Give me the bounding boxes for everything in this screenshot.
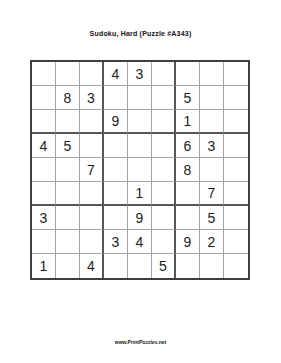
cell-r9c7 bbox=[176, 254, 200, 278]
cell-r6c9 bbox=[224, 182, 248, 206]
cell-r4c4 bbox=[104, 134, 128, 158]
cell-r7c2 bbox=[56, 206, 80, 230]
cell-r9c4 bbox=[104, 254, 128, 278]
cell-r9c1: 1 bbox=[32, 254, 56, 278]
cell-r3c1 bbox=[32, 110, 56, 134]
cell-r1c1 bbox=[32, 62, 56, 86]
cell-r7c4 bbox=[104, 206, 128, 230]
cell-r2c5 bbox=[128, 86, 152, 110]
cell-r7c1: 3 bbox=[32, 206, 56, 230]
cell-r8c1 bbox=[32, 230, 56, 254]
cell-r9c8 bbox=[200, 254, 224, 278]
cell-r4c8: 3 bbox=[200, 134, 224, 158]
cell-r6c2 bbox=[56, 182, 80, 206]
cell-r1c5: 3 bbox=[128, 62, 152, 86]
cell-r5c5 bbox=[128, 158, 152, 182]
cell-r1c8 bbox=[200, 62, 224, 86]
cell-r6c5: 1 bbox=[128, 182, 152, 206]
cell-r9c6: 5 bbox=[152, 254, 176, 278]
cell-r3c2 bbox=[56, 110, 80, 134]
cell-r5c9 bbox=[224, 158, 248, 182]
cell-r4c2: 5 bbox=[56, 134, 80, 158]
cell-r1c4: 4 bbox=[104, 62, 128, 86]
cell-r3c4: 9 bbox=[104, 110, 128, 134]
sudoku-board: 4383591456378173953492145 bbox=[30, 60, 250, 280]
footer-site-url: www.PrintPuzzles.net bbox=[0, 339, 281, 345]
cell-r2c2: 8 bbox=[56, 86, 80, 110]
cell-r5c3: 7 bbox=[80, 158, 104, 182]
cell-r3c5 bbox=[128, 110, 152, 134]
cell-r4c5 bbox=[128, 134, 152, 158]
cell-r8c9 bbox=[224, 230, 248, 254]
cell-r2c8 bbox=[200, 86, 224, 110]
cell-r1c3 bbox=[80, 62, 104, 86]
sudoku-print-page: Sudoku, Hard (Puzzle #A343) 438359145637… bbox=[0, 0, 281, 363]
cell-r5c8 bbox=[200, 158, 224, 182]
cell-r3c7: 1 bbox=[176, 110, 200, 134]
cell-r1c9 bbox=[224, 62, 248, 86]
cell-r1c2 bbox=[56, 62, 80, 86]
cell-r7c5: 9 bbox=[128, 206, 152, 230]
cell-r5c6 bbox=[152, 158, 176, 182]
cell-r5c2 bbox=[56, 158, 80, 182]
cell-r8c2 bbox=[56, 230, 80, 254]
cell-r6c8: 7 bbox=[200, 182, 224, 206]
cell-r3c8 bbox=[200, 110, 224, 134]
cell-r9c5 bbox=[128, 254, 152, 278]
cell-r2c9 bbox=[224, 86, 248, 110]
cell-r3c9 bbox=[224, 110, 248, 134]
cell-r4c7: 6 bbox=[176, 134, 200, 158]
cell-r8c6 bbox=[152, 230, 176, 254]
cell-r3c3 bbox=[80, 110, 104, 134]
cell-r2c1 bbox=[32, 86, 56, 110]
cell-r4c1: 4 bbox=[32, 134, 56, 158]
cell-r8c7: 9 bbox=[176, 230, 200, 254]
page-title: Sudoku, Hard (Puzzle #A343) bbox=[0, 30, 281, 37]
cell-r1c7 bbox=[176, 62, 200, 86]
cell-r8c5: 4 bbox=[128, 230, 152, 254]
cell-r7c3 bbox=[80, 206, 104, 230]
cell-r2c4 bbox=[104, 86, 128, 110]
cell-r9c3: 4 bbox=[80, 254, 104, 278]
cell-r7c9 bbox=[224, 206, 248, 230]
cell-r5c1 bbox=[32, 158, 56, 182]
cell-r8c8: 2 bbox=[200, 230, 224, 254]
cell-r5c4 bbox=[104, 158, 128, 182]
cell-r6c6 bbox=[152, 182, 176, 206]
cell-r6c1 bbox=[32, 182, 56, 206]
cell-r4c3 bbox=[80, 134, 104, 158]
cell-r6c4 bbox=[104, 182, 128, 206]
cell-r4c9 bbox=[224, 134, 248, 158]
cell-r4c6 bbox=[152, 134, 176, 158]
cell-r2c3: 3 bbox=[80, 86, 104, 110]
cell-r3c6 bbox=[152, 110, 176, 134]
cell-r8c3 bbox=[80, 230, 104, 254]
cell-r7c6 bbox=[152, 206, 176, 230]
cell-r8c4: 3 bbox=[104, 230, 128, 254]
cell-r7c7 bbox=[176, 206, 200, 230]
cell-r1c6 bbox=[152, 62, 176, 86]
cell-r9c2 bbox=[56, 254, 80, 278]
cell-r2c6 bbox=[152, 86, 176, 110]
cell-r7c8: 5 bbox=[200, 206, 224, 230]
cell-r5c7: 8 bbox=[176, 158, 200, 182]
cell-r9c9 bbox=[224, 254, 248, 278]
cell-r2c7: 5 bbox=[176, 86, 200, 110]
cell-r6c3 bbox=[80, 182, 104, 206]
cell-r6c7 bbox=[176, 182, 200, 206]
